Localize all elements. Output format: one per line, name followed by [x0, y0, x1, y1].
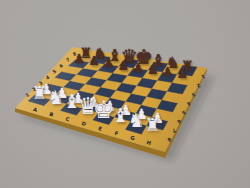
piece-white-knight-g1[interactable]: ♞	[128, 112, 145, 131]
piece-black-pawn-b7[interactable]: ♟	[88, 55, 99, 68]
piece-black-pawn-h7[interactable]: ♟	[177, 69, 188, 82]
piece-black-pawn-d7[interactable]: ♟	[118, 60, 129, 73]
piece-white-knight-b1[interactable]: ♞	[47, 89, 64, 108]
piece-black-pawn-f7[interactable]: ♟	[147, 64, 158, 77]
piece-black-pawn-c7[interactable]: ♟	[103, 58, 114, 71]
piece-white-bishop-f1[interactable]: ♝	[111, 106, 128, 125]
piece-black-pawn-g7[interactable]: ♟	[162, 66, 173, 79]
piece-white-rook-h1[interactable]: ♜	[145, 117, 161, 135]
scene: ABCDEFGH8765432112345678 ♜♞♝♛♚♝♞♜♟♟♟♟♟♟♟…	[0, 0, 250, 188]
piece-black-pawn-a7[interactable]: ♟	[74, 53, 85, 66]
piece-white-rook-a1[interactable]: ♜	[32, 85, 48, 103]
piece-black-pawn-e7[interactable]: ♟	[132, 62, 143, 75]
